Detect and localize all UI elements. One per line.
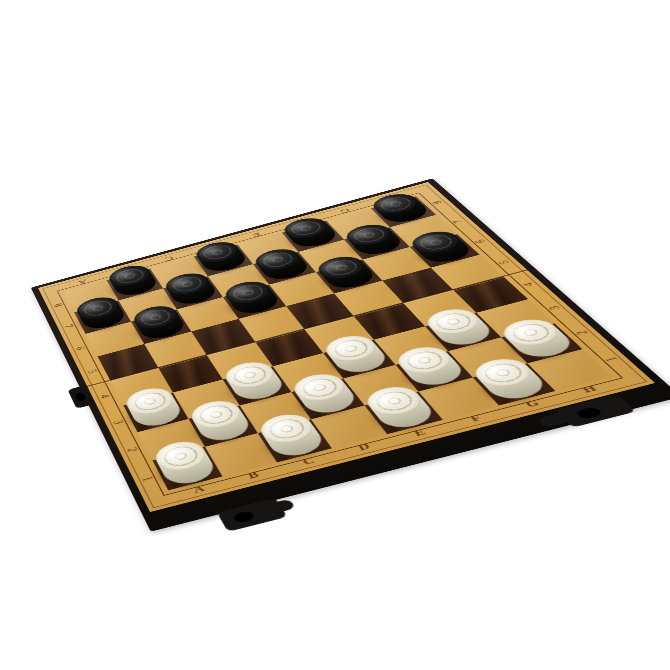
black-piece-a7[interactable] bbox=[77, 302, 128, 332]
white-piece-f2[interactable] bbox=[399, 353, 468, 389]
white-piece-c1[interactable] bbox=[262, 422, 328, 461]
black-piece-c7[interactable] bbox=[166, 278, 220, 308]
white-piece-g3[interactable] bbox=[429, 315, 497, 349]
product-photo-stage: AABBCCDDEEFFGGHH1122334455667788 bbox=[0, 0, 670, 670]
white-piece-e3[interactable] bbox=[327, 342, 392, 377]
white-piece-h2[interactable] bbox=[505, 325, 578, 361]
checkers-board: AABBCCDDEEFFGGHH1122334455667788 bbox=[38, 182, 655, 512]
white-piece-b2[interactable] bbox=[192, 408, 254, 445]
white-piece-a3[interactable] bbox=[127, 395, 185, 431]
white-piece-a1[interactable] bbox=[156, 449, 219, 488]
black-piece-e7[interactable] bbox=[256, 254, 312, 283]
black-piece-d8[interactable] bbox=[197, 246, 250, 274]
white-piece-c3[interactable] bbox=[226, 368, 287, 403]
black-piece-h6[interactable] bbox=[413, 236, 475, 266]
black-piece-b8[interactable] bbox=[109, 270, 160, 299]
black-piece-h8[interactable] bbox=[374, 198, 432, 226]
white-piece-d2[interactable] bbox=[295, 381, 361, 418]
black-piece-d6[interactable] bbox=[226, 286, 283, 317]
white-piece-e1[interactable] bbox=[369, 394, 439, 432]
black-piece-f6[interactable] bbox=[319, 261, 379, 291]
black-piece-b6[interactable] bbox=[134, 311, 188, 342]
black-piece-g7[interactable] bbox=[347, 229, 406, 258]
white-piece-g1[interactable] bbox=[477, 365, 551, 403]
black-piece-f8[interactable] bbox=[285, 222, 341, 250]
